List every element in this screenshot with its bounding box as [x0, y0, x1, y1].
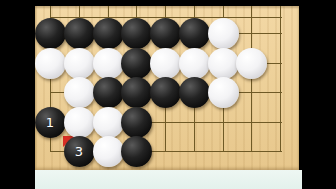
black-stone[interactable]: 1	[35, 107, 66, 138]
black-stone[interactable]	[93, 18, 124, 49]
black-stone[interactable]	[179, 77, 210, 108]
letterbox-top	[35, 0, 299, 6]
black-stone[interactable]	[150, 77, 181, 108]
go-board[interactable]: 13	[35, 6, 299, 170]
white-stone[interactable]	[150, 48, 181, 79]
black-stone[interactable]	[121, 48, 152, 79]
black-stone[interactable]	[121, 136, 152, 167]
white-stone[interactable]	[64, 107, 95, 138]
white-stone[interactable]	[208, 18, 239, 49]
black-stone[interactable]	[121, 18, 152, 49]
white-stone[interactable]	[236, 48, 267, 79]
white-stone[interactable]	[93, 107, 124, 138]
move-number-label: 1	[46, 116, 54, 129]
move-number-label: 3	[75, 145, 83, 158]
black-stone[interactable]	[93, 77, 124, 108]
white-stone[interactable]	[179, 48, 210, 79]
white-stone[interactable]	[208, 48, 239, 79]
black-stone[interactable]	[121, 107, 152, 138]
bottom-strip	[35, 170, 302, 189]
app-frame: 13	[0, 0, 336, 189]
white-stone[interactable]	[208, 77, 239, 108]
letterbox-right-bottom	[302, 170, 336, 189]
black-stone[interactable]	[150, 18, 181, 49]
white-stone[interactable]	[93, 136, 124, 167]
letterbox-right	[299, 0, 336, 170]
black-stone[interactable]	[35, 18, 66, 49]
white-stone[interactable]	[64, 77, 95, 108]
white-stone[interactable]	[35, 48, 66, 79]
grid-line-vertical	[251, 6, 252, 152]
black-stone[interactable]	[64, 18, 95, 49]
letterbox-left	[0, 0, 35, 189]
black-stone[interactable]	[121, 77, 152, 108]
white-stone[interactable]	[64, 48, 95, 79]
black-stone[interactable]	[179, 18, 210, 49]
white-stone[interactable]	[93, 48, 124, 79]
grid-line-vertical	[280, 6, 281, 152]
black-stone[interactable]: 3	[64, 136, 95, 167]
